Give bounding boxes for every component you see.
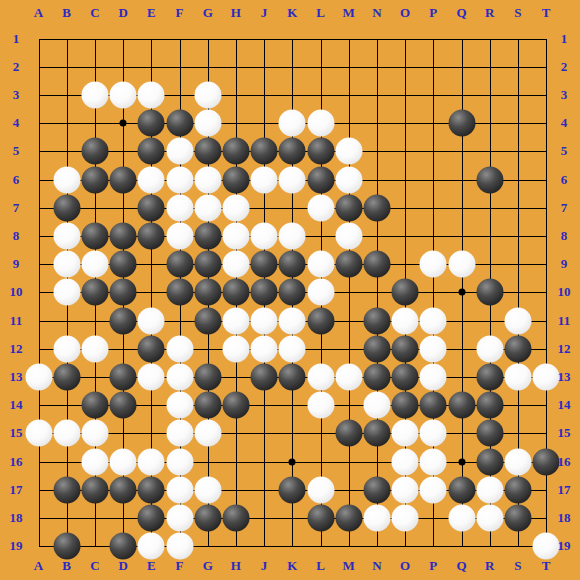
black-stone-T16[interactable] [533, 448, 560, 475]
white-stone-E19[interactable] [138, 533, 165, 560]
row-label-left-19: 19 [10, 538, 23, 554]
col-label-bottom-F: F [176, 558, 184, 574]
black-stone-G18[interactable] [194, 504, 221, 531]
col-label-top-R: R [485, 5, 494, 21]
white-stone-A15[interactable] [25, 420, 52, 447]
row-label-right-2: 2 [561, 59, 568, 75]
col-label-bottom-T: T [542, 558, 551, 574]
white-stone-L13[interactable] [307, 363, 334, 390]
white-stone-S13[interactable] [504, 363, 531, 390]
row-label-left-9: 9 [13, 256, 20, 272]
col-label-bottom-J: J [261, 558, 268, 574]
col-label-top-D: D [118, 5, 127, 21]
white-stone-C3[interactable] [81, 81, 108, 108]
black-stone-D14[interactable] [110, 392, 137, 419]
white-stone-M6[interactable] [335, 166, 362, 193]
col-label-top-P: P [429, 5, 437, 21]
white-stone-B12[interactable] [53, 335, 80, 362]
white-stone-B15[interactable] [53, 420, 80, 447]
black-stone-C14[interactable] [81, 392, 108, 419]
col-label-top-Q: Q [456, 5, 466, 21]
white-stone-T19[interactable] [533, 533, 560, 560]
white-stone-F15[interactable] [166, 420, 193, 447]
col-label-bottom-Q: Q [456, 558, 466, 574]
row-label-left-8: 8 [13, 228, 20, 244]
white-stone-G6[interactable] [194, 166, 221, 193]
black-stone-G10[interactable] [194, 279, 221, 306]
black-stone-E17[interactable] [138, 476, 165, 503]
black-stone-Q14[interactable] [448, 392, 475, 419]
black-stone-D19[interactable] [110, 533, 137, 560]
black-stone-B17[interactable] [53, 476, 80, 503]
row-label-right-15: 15 [558, 425, 571, 441]
white-stone-L14[interactable] [307, 392, 334, 419]
star-point [120, 120, 127, 127]
black-stone-R13[interactable] [476, 363, 503, 390]
col-label-top-F: F [176, 5, 184, 21]
col-label-top-J: J [261, 5, 268, 21]
white-stone-F19[interactable] [166, 533, 193, 560]
black-stone-J10[interactable] [251, 279, 278, 306]
col-label-bottom-E: E [147, 558, 156, 574]
col-label-top-S: S [514, 5, 521, 21]
black-stone-C5[interactable] [81, 138, 108, 165]
white-stone-L17[interactable] [307, 476, 334, 503]
white-stone-E13[interactable] [138, 363, 165, 390]
white-stone-F14[interactable] [166, 392, 193, 419]
row-label-right-1: 1 [561, 31, 568, 47]
white-stone-F6[interactable] [166, 166, 193, 193]
row-label-left-11: 11 [10, 313, 22, 329]
white-stone-P9[interactable] [420, 251, 447, 278]
black-stone-D8[interactable] [110, 222, 137, 249]
black-stone-R6[interactable] [476, 166, 503, 193]
white-stone-H9[interactable] [222, 251, 249, 278]
grid-line-vertical [349, 39, 350, 548]
col-label-bottom-R: R [485, 558, 494, 574]
row-label-right-8: 8 [561, 228, 568, 244]
black-stone-L11[interactable] [307, 307, 334, 334]
black-stone-Q17[interactable] [448, 476, 475, 503]
black-stone-G8[interactable] [194, 222, 221, 249]
white-stone-F18[interactable] [166, 504, 193, 531]
row-label-right-17: 17 [558, 482, 571, 498]
black-stone-Q4[interactable] [448, 110, 475, 137]
black-stone-K17[interactable] [279, 476, 306, 503]
row-label-left-13: 13 [10, 369, 23, 385]
black-stone-D9[interactable] [110, 251, 137, 278]
white-stone-B10[interactable] [53, 279, 80, 306]
white-stone-K6[interactable] [279, 166, 306, 193]
black-stone-K9[interactable] [279, 251, 306, 278]
white-stone-E16[interactable] [138, 448, 165, 475]
white-stone-K4[interactable] [279, 110, 306, 137]
white-stone-R12[interactable] [476, 335, 503, 362]
black-stone-M9[interactable] [335, 251, 362, 278]
col-label-top-O: O [400, 5, 410, 21]
col-label-top-H: H [231, 5, 241, 21]
black-stone-C6[interactable] [81, 166, 108, 193]
white-stone-J6[interactable] [251, 166, 278, 193]
black-stone-S12[interactable] [504, 335, 531, 362]
white-stone-C9[interactable] [81, 251, 108, 278]
row-label-right-13: 13 [558, 369, 571, 385]
white-stone-E11[interactable] [138, 307, 165, 334]
white-stone-G7[interactable] [194, 194, 221, 221]
white-stone-C12[interactable] [81, 335, 108, 362]
col-label-top-L: L [316, 5, 325, 21]
row-label-left-12: 12 [10, 341, 23, 357]
white-stone-Q18[interactable] [448, 504, 475, 531]
black-stone-H10[interactable] [222, 279, 249, 306]
white-stone-F13[interactable] [166, 363, 193, 390]
col-label-top-M: M [343, 5, 355, 21]
col-label-bottom-S: S [514, 558, 521, 574]
white-stone-P17[interactable] [420, 476, 447, 503]
star-point [458, 289, 465, 296]
row-label-right-9: 9 [561, 256, 568, 272]
row-label-left-5: 5 [13, 143, 20, 159]
row-label-right-11: 11 [558, 313, 570, 329]
black-stone-R15[interactable] [476, 420, 503, 447]
white-stone-H11[interactable] [222, 307, 249, 334]
black-stone-G11[interactable] [194, 307, 221, 334]
row-label-left-3: 3 [13, 87, 20, 103]
black-stone-G14[interactable] [194, 392, 221, 419]
black-stone-K13[interactable] [279, 363, 306, 390]
white-stone-O17[interactable] [392, 476, 419, 503]
white-stone-B9[interactable] [53, 251, 80, 278]
white-stone-S11[interactable] [504, 307, 531, 334]
col-label-bottom-G: G [203, 558, 213, 574]
row-label-right-6: 6 [561, 172, 568, 188]
black-stone-M7[interactable] [335, 194, 362, 221]
row-label-right-19: 19 [558, 538, 571, 554]
white-stone-M8[interactable] [335, 222, 362, 249]
black-stone-H14[interactable] [222, 392, 249, 419]
row-label-right-16: 16 [558, 454, 571, 470]
col-label-top-N: N [372, 5, 381, 21]
white-stone-F7[interactable] [166, 194, 193, 221]
white-stone-F17[interactable] [166, 476, 193, 503]
black-stone-E8[interactable] [138, 222, 165, 249]
black-stone-H6[interactable] [222, 166, 249, 193]
row-label-right-14: 14 [558, 397, 571, 413]
col-label-bottom-P: P [429, 558, 437, 574]
black-stone-N7[interactable] [363, 194, 390, 221]
row-label-right-7: 7 [561, 200, 568, 216]
col-label-bottom-O: O [400, 558, 410, 574]
black-stone-D13[interactable] [110, 363, 137, 390]
black-stone-J5[interactable] [251, 138, 278, 165]
black-stone-N17[interactable] [363, 476, 390, 503]
white-stone-A13[interactable] [25, 363, 52, 390]
row-label-right-12: 12 [558, 341, 571, 357]
white-stone-J11[interactable] [251, 307, 278, 334]
black-stone-B19[interactable] [53, 533, 80, 560]
black-stone-F9[interactable] [166, 251, 193, 278]
col-label-bottom-C: C [90, 558, 99, 574]
star-point [458, 458, 465, 465]
white-stone-J12[interactable] [251, 335, 278, 362]
white-stone-P11[interactable] [420, 307, 447, 334]
grid-line-vertical [377, 39, 378, 548]
white-stone-L7[interactable] [307, 194, 334, 221]
black-stone-N13[interactable] [363, 363, 390, 390]
col-label-bottom-K: K [287, 558, 297, 574]
black-stone-G5[interactable] [194, 138, 221, 165]
white-stone-E6[interactable] [138, 166, 165, 193]
black-stone-M15[interactable] [335, 420, 362, 447]
row-label-left-6: 6 [13, 172, 20, 188]
black-stone-H5[interactable] [222, 138, 249, 165]
black-stone-E7[interactable] [138, 194, 165, 221]
white-stone-P13[interactable] [420, 363, 447, 390]
black-stone-D11[interactable] [110, 307, 137, 334]
black-stone-D6[interactable] [110, 166, 137, 193]
black-stone-E5[interactable] [138, 138, 165, 165]
col-label-bottom-N: N [372, 558, 381, 574]
black-stone-G13[interactable] [194, 363, 221, 390]
black-stone-R10[interactable] [476, 279, 503, 306]
black-stone-L5[interactable] [307, 138, 334, 165]
white-stone-O11[interactable] [392, 307, 419, 334]
row-label-left-16: 16 [10, 454, 23, 470]
grid-line-horizontal [39, 433, 548, 434]
row-label-right-5: 5 [561, 143, 568, 159]
black-stone-D10[interactable] [110, 279, 137, 306]
white-stone-D16[interactable] [110, 448, 137, 475]
white-stone-P12[interactable] [420, 335, 447, 362]
go-board[interactable]: AABBCCDDEEFFGGHHJJKKLLMMNNOOPPQQRRSSTT11… [0, 0, 580, 580]
white-stone-J8[interactable] [251, 222, 278, 249]
row-label-left-15: 15 [10, 425, 23, 441]
row-label-left-4: 4 [13, 115, 20, 131]
black-stone-N15[interactable] [363, 420, 390, 447]
white-stone-O15[interactable] [392, 420, 419, 447]
white-stone-G15[interactable] [194, 420, 221, 447]
col-label-bottom-H: H [231, 558, 241, 574]
black-stone-L18[interactable] [307, 504, 334, 531]
black-stone-B7[interactable] [53, 194, 80, 221]
col-label-bottom-M: M [343, 558, 355, 574]
black-stone-B13[interactable] [53, 363, 80, 390]
black-stone-F10[interactable] [166, 279, 193, 306]
white-stone-R18[interactable] [476, 504, 503, 531]
black-stone-O14[interactable] [392, 392, 419, 419]
white-stone-C16[interactable] [81, 448, 108, 475]
white-stone-G3[interactable] [194, 81, 221, 108]
white-stone-G4[interactable] [194, 110, 221, 137]
col-label-top-B: B [62, 5, 71, 21]
white-stone-K11[interactable] [279, 307, 306, 334]
black-stone-H18[interactable] [222, 504, 249, 531]
black-stone-C8[interactable] [81, 222, 108, 249]
white-stone-E3[interactable] [138, 81, 165, 108]
black-stone-P14[interactable] [420, 392, 447, 419]
black-stone-S17[interactable] [504, 476, 531, 503]
white-stone-O16[interactable] [392, 448, 419, 475]
white-stone-P15[interactable] [420, 420, 447, 447]
row-label-right-4: 4 [561, 115, 568, 131]
col-label-top-K: K [287, 5, 297, 21]
black-stone-D17[interactable] [110, 476, 137, 503]
white-stone-K12[interactable] [279, 335, 306, 362]
col-label-bottom-D: D [118, 558, 127, 574]
white-stone-L4[interactable] [307, 110, 334, 137]
black-stone-R14[interactable] [476, 392, 503, 419]
row-label-left-14: 14 [10, 397, 23, 413]
black-stone-S18[interactable] [504, 504, 531, 531]
col-label-top-A: A [34, 5, 43, 21]
black-stone-E4[interactable] [138, 110, 165, 137]
black-stone-K10[interactable] [279, 279, 306, 306]
white-stone-H7[interactable] [222, 194, 249, 221]
white-stone-H8[interactable] [222, 222, 249, 249]
black-stone-G9[interactable] [194, 251, 221, 278]
row-label-left-2: 2 [13, 59, 20, 75]
black-stone-F4[interactable] [166, 110, 193, 137]
go-board-screenshot: { "game": "go", "board": { "size": 19, "… [0, 0, 580, 580]
black-stone-O12[interactable] [392, 335, 419, 362]
col-label-bottom-A: A [34, 558, 43, 574]
white-stone-D3[interactable] [110, 81, 137, 108]
white-stone-L9[interactable] [307, 251, 334, 278]
col-label-top-G: G [203, 5, 213, 21]
black-stone-C17[interactable] [81, 476, 108, 503]
black-stone-J13[interactable] [251, 363, 278, 390]
black-stone-N9[interactable] [363, 251, 390, 278]
white-stone-F5[interactable] [166, 138, 193, 165]
row-label-left-10: 10 [10, 284, 23, 300]
black-stone-N11[interactable] [363, 307, 390, 334]
white-stone-F16[interactable] [166, 448, 193, 475]
white-stone-N18[interactable] [363, 504, 390, 531]
row-label-left-18: 18 [10, 510, 23, 526]
black-stone-C10[interactable] [81, 279, 108, 306]
black-stone-K5[interactable] [279, 138, 306, 165]
white-stone-H12[interactable] [222, 335, 249, 362]
row-label-right-18: 18 [558, 510, 571, 526]
col-label-top-C: C [90, 5, 99, 21]
black-stone-M18[interactable] [335, 504, 362, 531]
col-label-top-T: T [542, 5, 551, 21]
row-label-left-17: 17 [10, 482, 23, 498]
row-label-right-3: 3 [561, 87, 568, 103]
white-stone-M13[interactable] [335, 363, 362, 390]
col-label-top-E: E [147, 5, 156, 21]
white-stone-T13[interactable] [533, 363, 560, 390]
white-stone-B8[interactable] [53, 222, 80, 249]
white-stone-O18[interactable] [392, 504, 419, 531]
white-stone-K8[interactable] [279, 222, 306, 249]
black-stone-L6[interactable] [307, 166, 334, 193]
white-stone-F8[interactable] [166, 222, 193, 249]
col-label-bottom-B: B [62, 558, 71, 574]
white-stone-Q9[interactable] [448, 251, 475, 278]
black-stone-N12[interactable] [363, 335, 390, 362]
col-label-bottom-L: L [316, 558, 325, 574]
black-stone-E12[interactable] [138, 335, 165, 362]
white-stone-P16[interactable] [420, 448, 447, 475]
white-stone-M5[interactable] [335, 138, 362, 165]
white-stone-B6[interactable] [53, 166, 80, 193]
black-stone-O13[interactable] [392, 363, 419, 390]
white-stone-R17[interactable] [476, 476, 503, 503]
white-stone-S16[interactable] [504, 448, 531, 475]
white-stone-N14[interactable] [363, 392, 390, 419]
white-stone-L10[interactable] [307, 279, 334, 306]
white-stone-G17[interactable] [194, 476, 221, 503]
white-stone-F12[interactable] [166, 335, 193, 362]
black-stone-E18[interactable] [138, 504, 165, 531]
black-stone-O10[interactable] [392, 279, 419, 306]
row-label-left-1: 1 [13, 31, 20, 47]
black-stone-R16[interactable] [476, 448, 503, 475]
row-label-right-10: 10 [558, 284, 571, 300]
row-label-left-7: 7 [13, 200, 20, 216]
star-point [289, 458, 296, 465]
white-stone-C15[interactable] [81, 420, 108, 447]
black-stone-J9[interactable] [251, 251, 278, 278]
